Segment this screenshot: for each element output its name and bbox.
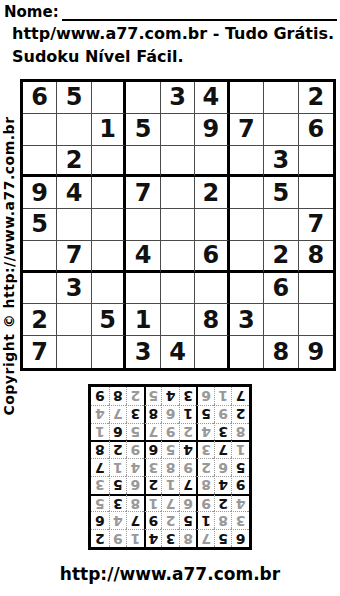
solution-cell-r7c6: 7 [144,423,162,441]
solution-cell-r2c1: 3 [231,511,249,529]
puzzle-cell-r6c3[interactable] [92,241,126,273]
name-label: Nome: [4,3,59,21]
puzzle-cell-r3c5[interactable] [161,146,195,178]
solution-cell-r7c8: 6 [109,423,127,441]
puzzle-cell-r4c7[interactable] [230,177,264,209]
solution-cell-r4c2: 4 [214,476,232,494]
puzzle-cell-r6c9[interactable]: 8 [299,241,333,273]
puzzle-cell-r8c5[interactable] [161,304,195,336]
puzzle-cell-r1c7[interactable] [230,82,264,114]
solution-cell-r5c2: 6 [214,458,232,476]
puzzle-cell-r4c5[interactable] [161,177,195,209]
solution-cell-r1c2: 5 [214,529,232,547]
solution-cell-r6c7: 9 [126,440,144,458]
footer-url: http://www.a77.com.br [0,564,340,584]
solution-cell-r6c4: 4 [179,440,197,458]
solution-cell-r7c1: 8 [231,423,249,441]
puzzle-cell-r8c7[interactable]: 3 [230,304,264,336]
solution-cell-r5c3: 2 [196,458,214,476]
solution-cell-r5c7: 4 [126,458,144,476]
puzzle-cell-r7c5[interactable] [161,273,195,305]
puzzle-cell-r9c7[interactable] [230,336,264,368]
solution-cell-r8c8: 7 [109,405,127,423]
solution-cell-r1c9: 2 [91,529,109,547]
solution-cell-r4c4: 7 [179,476,197,494]
puzzle-cell-r5c2[interactable] [57,209,91,241]
puzzle-cell-r8c1[interactable]: 2 [23,304,57,336]
solution-cell-r7c4: 2 [179,423,197,441]
solution-cell-r9c8: 8 [109,387,127,405]
puzzle-cell-r2c4[interactable]: 5 [126,114,160,146]
puzzle-cell-r5c8[interactable] [264,209,298,241]
puzzle-cell-r8c3[interactable]: 5 [92,304,126,336]
solution-cell-r2c7: 7 [126,511,144,529]
puzzle-cell-r6c4[interactable]: 4 [126,241,160,273]
solution-cell-r5c5: 8 [161,458,179,476]
puzzle-cell-r3c7[interactable] [230,146,264,178]
solution-cell-r2c8: 4 [109,511,127,529]
solution-cell-r8c2: 9 [214,405,232,423]
puzzle-cell-r7c4[interactable] [126,273,160,305]
puzzle-cell-r9c5[interactable]: 4 [161,336,195,368]
name-blank-field[interactable] [62,2,337,21]
solution-cell-r6c8: 2 [109,440,127,458]
puzzle-cell-r6c6[interactable]: 6 [195,241,229,273]
solution-cell-r3c5: 7 [161,494,179,512]
solution-cell-r7c9: 1 [91,423,109,441]
solution-cell-r7c3: 4 [196,423,214,441]
puzzle-cell-r5c5[interactable] [161,209,195,241]
solution-cell-r4c8: 5 [109,476,127,494]
puzzle-level-title: Sudoku Nível Fácil. [12,47,184,66]
puzzle-cell-r6c8[interactable]: 2 [264,241,298,273]
solution-cell-r9c4: 3 [179,387,197,405]
site-title: http/www.a77.com.br - Tudo Grátis. [12,24,334,43]
puzzle-cell-r2c3[interactable]: 1 [92,114,126,146]
solution-cell-r9c5: 4 [161,387,179,405]
puzzle-cell-r2c5[interactable] [161,114,195,146]
solution-cell-r4c6: 2 [144,476,162,494]
puzzle-cell-r3c3[interactable] [92,146,126,178]
puzzle-cell-r3c8[interactable]: 3 [264,146,298,178]
puzzle-cell-r7c2[interactable]: 3 [57,273,91,305]
puzzle-cell-r8c2[interactable] [57,304,91,336]
solution-cell-r8c3: 5 [196,405,214,423]
puzzle-cell-r5c4[interactable] [126,209,160,241]
solution-cell-r7c2: 3 [214,423,232,441]
puzzle-cell-r9c2[interactable] [57,336,91,368]
puzzle-cell-r4c9[interactable] [299,177,333,209]
copyright-vertical-text: Copyright © http://www.a77.com.br [1,85,18,447]
puzzle-cell-r7c1[interactable] [23,273,57,305]
solution-cell-r3c1: 4 [231,494,249,512]
puzzle-cell-r3c6[interactable] [195,146,229,178]
sudoku-solution-grid-rotated: 6578341923815297464296718359487126535629… [88,384,252,550]
puzzle-cell-r9c9[interactable]: 9 [299,336,333,368]
sudoku-worksheet-page: Nome: http/www.a77.com.br - Tudo Grátis.… [0,0,340,596]
puzzle-cell-r2c9[interactable]: 6 [299,114,333,146]
solution-cell-r1c8: 9 [109,529,127,547]
solution-cell-r3c4: 6 [179,494,197,512]
solution-cell-r3c6: 1 [144,494,162,512]
puzzle-cell-r9c3[interactable] [92,336,126,368]
solution-cell-r3c9: 5 [91,494,109,512]
puzzle-cell-r6c7[interactable] [230,241,264,273]
solution-cell-r4c9: 3 [91,476,109,494]
solution-cell-r2c4: 5 [179,511,197,529]
solution-cell-r1c6: 4 [144,529,162,547]
puzzle-cell-r7c8[interactable]: 6 [264,273,298,305]
solution-cell-r3c3: 9 [196,494,214,512]
solution-cell-r9c7: 2 [126,387,144,405]
puzzle-cell-r4c2[interactable]: 4 [57,177,91,209]
solution-cell-r6c9: 8 [91,440,109,458]
puzzle-cell-r6c2[interactable]: 7 [57,241,91,273]
puzzle-cell-r3c4[interactable] [126,146,160,178]
puzzle-cell-r1c8[interactable] [264,82,298,114]
solution-cell-r6c2: 7 [214,440,232,458]
puzzle-cell-r6c5[interactable] [161,241,195,273]
solution-cell-r2c3: 1 [196,511,214,529]
puzzle-cell-r4c8[interactable]: 5 [264,177,298,209]
puzzle-cell-r6c1[interactable] [23,241,57,273]
solution-cell-r9c9: 9 [91,387,109,405]
puzzle-cell-r1c2[interactable]: 5 [57,82,91,114]
solution-cell-r5c1: 5 [231,458,249,476]
puzzle-cell-r3c9[interactable] [299,146,333,178]
solution-cell-r8c6: 8 [144,405,162,423]
solution-cell-r6c3: 3 [196,440,214,458]
solution-cell-r9c6: 5 [144,387,162,405]
puzzle-cell-r3c1[interactable] [23,146,57,178]
solution-cell-r5c4: 9 [179,458,197,476]
puzzle-cell-r9c6[interactable] [195,336,229,368]
puzzle-cell-r4c3[interactable] [92,177,126,209]
puzzle-cell-r2c8[interactable] [264,114,298,146]
solution-cell-r2c6: 9 [144,511,162,529]
solution-cell-r5c9: 7 [91,458,109,476]
solution-cell-r9c1: 7 [231,387,249,405]
puzzle-cell-r8c8[interactable] [264,304,298,336]
solution-cell-r6c6: 6 [144,440,162,458]
solution-cell-r3c2: 2 [214,494,232,512]
puzzle-cell-r2c7[interactable]: 7 [230,114,264,146]
solution-cell-r3c7: 8 [126,494,144,512]
solution-cell-r4c3: 8 [196,476,214,494]
puzzle-cell-r7c9[interactable] [299,273,333,305]
puzzle-cell-r5c9[interactable]: 7 [299,209,333,241]
puzzle-cell-r5c3[interactable] [92,209,126,241]
solution-cell-r4c7: 6 [126,476,144,494]
solution-cell-r1c7: 1 [126,529,144,547]
puzzle-cell-r7c3[interactable] [92,273,126,305]
puzzle-cell-r4c4[interactable]: 7 [126,177,160,209]
solution-cell-r8c7: 3 [126,405,144,423]
puzzle-cell-r7c6[interactable] [195,273,229,305]
solution-cell-r4c5: 1 [161,476,179,494]
solution-cell-r2c9: 6 [91,511,109,529]
puzzle-cell-r4c1[interactable]: 9 [23,177,57,209]
puzzle-cell-r8c9[interactable] [299,304,333,336]
puzzle-cell-r8c6[interactable]: 8 [195,304,229,336]
solution-cell-r5c8: 1 [109,458,127,476]
solution-cell-r2c5: 2 [161,511,179,529]
puzzle-cell-r9c4[interactable]: 3 [126,336,160,368]
puzzle-cell-r1c6[interactable]: 4 [195,82,229,114]
solution-cell-r9c2: 1 [214,387,232,405]
solution-cell-r9c3: 6 [196,387,214,405]
puzzle-cell-r9c8[interactable]: 8 [264,336,298,368]
solution-cell-r4c1: 9 [231,476,249,494]
puzzle-cell-r1c1[interactable]: 6 [23,82,57,114]
puzzle-cell-r3c2[interactable]: 2 [57,146,91,178]
puzzle-cell-r7c7[interactable] [230,273,264,305]
sudoku-puzzle-grid: 653421597623947255774628362518373489 [20,79,336,371]
puzzle-cell-r4c6[interactable]: 2 [195,177,229,209]
solution-cell-r2c2: 8 [214,511,232,529]
solution-cell-r1c3: 7 [196,529,214,547]
puzzle-cell-r8c4[interactable]: 1 [126,304,160,336]
solution-cell-r6c5: 5 [161,440,179,458]
solution-cell-r3c8: 3 [109,494,127,512]
puzzle-cell-r1c3[interactable] [92,82,126,114]
puzzle-cell-r1c4[interactable] [126,82,160,114]
solution-cell-r1c5: 3 [161,529,179,547]
solution-cell-r1c1: 6 [231,529,249,547]
solution-cell-r7c5: 9 [161,423,179,441]
puzzle-cell-r5c7[interactable] [230,209,264,241]
puzzle-cell-r5c1[interactable]: 5 [23,209,57,241]
puzzle-cell-r5c6[interactable] [195,209,229,241]
solution-cell-r7c7: 5 [126,423,144,441]
solution-cell-r8c9: 4 [91,405,109,423]
solution-cell-r8c5: 6 [161,405,179,423]
solution-cell-r6c1: 1 [231,440,249,458]
puzzle-cell-r9c1[interactable]: 7 [23,336,57,368]
puzzle-cell-r1c9[interactable]: 2 [299,82,333,114]
puzzle-cell-r2c1[interactable] [23,114,57,146]
puzzle-cell-r1c5[interactable]: 3 [161,82,195,114]
name-row: Nome: [4,2,337,21]
puzzle-cell-r2c2[interactable] [57,114,91,146]
solution-cell-r8c1: 2 [231,405,249,423]
solution-cell-r5c6: 3 [144,458,162,476]
solution-cell-r8c4: 1 [179,405,197,423]
puzzle-cell-r2c6[interactable]: 9 [195,114,229,146]
solution-cell-r1c4: 8 [179,529,197,547]
